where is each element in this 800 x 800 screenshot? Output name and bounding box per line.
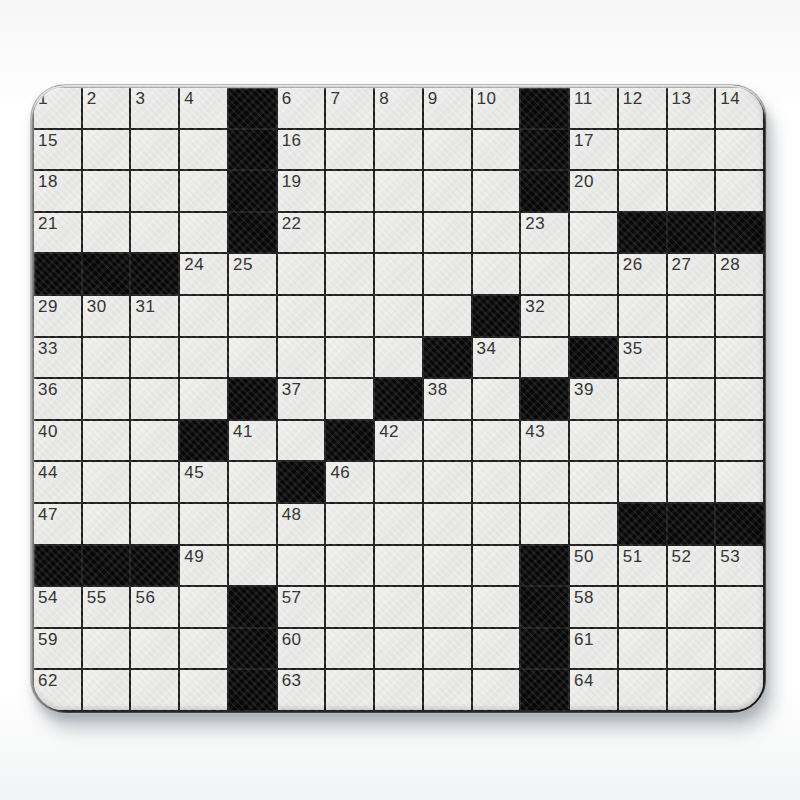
cell-r5c6[interactable] [277, 253, 326, 295]
mousepad: 1234678910111213141516171819202122232425… [31, 85, 766, 713]
cell-r7c6[interactable] [277, 337, 326, 379]
black-cell-r4c5 [228, 212, 277, 254]
clue-number: 4 [184, 88, 194, 109]
cell-r6c8[interactable] [374, 295, 423, 337]
cell-r1c1[interactable]: 1 [33, 87, 82, 129]
clue-number: 31 [135, 296, 155, 317]
cell-r10c14[interactable] [667, 461, 716, 503]
cell-r13c2[interactable]: 55 [82, 586, 131, 628]
cell-r10c7[interactable]: 46 [325, 461, 374, 503]
cell-r13c12[interactable]: 58 [569, 586, 618, 628]
clue-number: 47 [38, 504, 58, 525]
cell-r7c5[interactable] [228, 337, 277, 379]
cell-r14c3[interactable] [130, 628, 179, 670]
clue-number: 52 [672, 546, 692, 567]
clue-number: 19 [282, 171, 302, 192]
cell-r12c14[interactable]: 52 [667, 545, 716, 587]
cell-r11c5[interactable] [228, 503, 277, 545]
cell-r4c3[interactable] [130, 212, 179, 254]
cell-r6c14[interactable] [667, 295, 716, 337]
black-cell-r2c11 [520, 129, 569, 171]
cell-r14c1[interactable]: 59 [33, 628, 82, 670]
cell-r1c4[interactable]: 4 [179, 87, 228, 129]
cell-r7c15[interactable] [715, 337, 764, 379]
cell-r14c8[interactable] [374, 628, 423, 670]
cell-r3c12[interactable]: 20 [569, 170, 618, 212]
cell-r15c7[interactable] [325, 669, 374, 711]
cell-r1c6[interactable]: 6 [277, 87, 326, 129]
cell-r2c6[interactable]: 16 [277, 129, 326, 171]
cell-r7c7[interactable] [325, 337, 374, 379]
black-cell-r13c11 [520, 586, 569, 628]
cell-r9c10[interactable] [472, 420, 521, 462]
cell-r4c9[interactable] [423, 212, 472, 254]
cell-r10c11[interactable] [520, 461, 569, 503]
clue-number: 45 [184, 462, 204, 483]
clue-number: 58 [574, 587, 594, 608]
black-cell-r11c15 [715, 503, 764, 545]
cell-r9c3[interactable] [130, 420, 179, 462]
cell-r2c14[interactable] [667, 129, 716, 171]
cell-r15c6[interactable]: 63 [277, 669, 326, 711]
clue-number: 38 [428, 379, 448, 400]
cell-r4c2[interactable] [82, 212, 131, 254]
cell-r5c12[interactable] [569, 253, 618, 295]
clue-number: 16 [282, 130, 302, 151]
cell-r14c13[interactable] [618, 628, 667, 670]
black-cell-r5c1 [33, 253, 82, 295]
cell-r11c6[interactable]: 48 [277, 503, 326, 545]
cell-r7c3[interactable] [130, 337, 179, 379]
black-cell-r8c8 [374, 378, 423, 420]
clue-number: 57 [282, 587, 302, 608]
cell-r4c8[interactable] [374, 212, 423, 254]
cell-r12c4[interactable]: 49 [179, 545, 228, 587]
cell-r8c6[interactable]: 37 [277, 378, 326, 420]
clue-number: 20 [574, 171, 594, 192]
cell-r13c14[interactable] [667, 586, 716, 628]
black-cell-r2c5 [228, 129, 277, 171]
cell-r10c15[interactable] [715, 461, 764, 503]
cell-r1c9[interactable]: 9 [423, 87, 472, 129]
cell-r14c14[interactable] [667, 628, 716, 670]
black-cell-r14c5 [228, 628, 277, 670]
cell-r3c9[interactable] [423, 170, 472, 212]
clue-number: 49 [184, 546, 204, 567]
cell-r13c7[interactable] [325, 586, 374, 628]
cell-r12c15[interactable]: 53 [715, 545, 764, 587]
cell-r11c8[interactable] [374, 503, 423, 545]
cell-r9c8[interactable]: 42 [374, 420, 423, 462]
cell-r10c12[interactable] [569, 461, 618, 503]
cell-r2c9[interactable] [423, 129, 472, 171]
cell-r9c12[interactable] [569, 420, 618, 462]
clue-number: 48 [282, 504, 302, 525]
cell-r3c8[interactable] [374, 170, 423, 212]
cell-r1c10[interactable]: 10 [472, 87, 521, 129]
clue-number: 35 [623, 338, 643, 359]
clue-number: 25 [233, 254, 253, 275]
clue-number: 17 [574, 130, 594, 151]
cell-r4c11[interactable]: 23 [520, 212, 569, 254]
black-cell-r11c14 [667, 503, 716, 545]
clue-number: 32 [525, 296, 545, 317]
cell-r8c14[interactable] [667, 378, 716, 420]
cell-r3c6[interactable]: 19 [277, 170, 326, 212]
black-cell-r4c13 [618, 212, 667, 254]
cell-r13c4[interactable] [179, 586, 228, 628]
cell-r7c8[interactable] [374, 337, 423, 379]
clue-number: 53 [720, 546, 740, 567]
black-cell-r3c11 [520, 170, 569, 212]
cell-r5c15[interactable]: 28 [715, 253, 764, 295]
cell-r5c14[interactable]: 27 [667, 253, 716, 295]
cell-r8c15[interactable] [715, 378, 764, 420]
cell-r1c2[interactable]: 2 [82, 87, 131, 129]
clue-number: 56 [135, 587, 155, 608]
clue-number: 1 [38, 88, 48, 109]
clue-number: 37 [282, 379, 302, 400]
cell-r9c11[interactable]: 43 [520, 420, 569, 462]
cell-r12c10[interactable] [472, 545, 521, 587]
clue-number: 59 [38, 629, 58, 650]
cell-r14c12[interactable]: 61 [569, 628, 618, 670]
cell-r13c3[interactable]: 56 [130, 586, 179, 628]
cell-r4c7[interactable] [325, 212, 374, 254]
cell-r13c6[interactable]: 57 [277, 586, 326, 628]
clue-number: 39 [574, 379, 594, 400]
cell-r15c14[interactable] [667, 669, 716, 711]
black-cell-r3c5 [228, 170, 277, 212]
black-cell-r13c5 [228, 586, 277, 628]
clue-number: 34 [477, 338, 497, 359]
cell-r15c8[interactable] [374, 669, 423, 711]
clue-number: 60 [282, 629, 302, 650]
clue-number: 15 [38, 130, 58, 151]
cell-r15c1[interactable]: 62 [33, 669, 82, 711]
cell-r11c11[interactable] [520, 503, 569, 545]
cell-r11c10[interactable] [472, 503, 521, 545]
cell-r4c1[interactable]: 21 [33, 212, 82, 254]
cell-r15c4[interactable] [179, 669, 228, 711]
black-cell-r15c5 [228, 669, 277, 711]
cell-r4c12[interactable] [569, 212, 618, 254]
black-cell-r5c2 [82, 253, 131, 295]
black-cell-r10c6 [277, 461, 326, 503]
cell-r5c11[interactable] [520, 253, 569, 295]
cell-r13c1[interactable]: 54 [33, 586, 82, 628]
cell-r1c14[interactable]: 13 [667, 87, 716, 129]
cell-r8c10[interactable] [472, 378, 521, 420]
cell-r2c8[interactable] [374, 129, 423, 171]
cell-r7c13[interactable]: 35 [618, 337, 667, 379]
black-cell-r1c11 [520, 87, 569, 129]
cell-r14c15[interactable] [715, 628, 764, 670]
clue-number: 14 [720, 88, 740, 109]
cell-r10c13[interactable] [618, 461, 667, 503]
cell-r5c8[interactable] [374, 253, 423, 295]
cell-r8c3[interactable] [130, 378, 179, 420]
clue-number: 2 [87, 88, 97, 109]
cell-r2c1[interactable]: 15 [33, 129, 82, 171]
black-cell-r12c11 [520, 545, 569, 587]
cell-r5c4[interactable]: 24 [179, 253, 228, 295]
clue-number: 22 [282, 213, 302, 234]
crossword-grid: 1234678910111213141516171819202122232425… [31, 85, 766, 713]
cell-r14c2[interactable] [82, 628, 131, 670]
cell-r12c8[interactable] [374, 545, 423, 587]
cell-r2c4[interactable] [179, 129, 228, 171]
clue-number: 6 [282, 88, 292, 109]
clue-number: 21 [38, 213, 58, 234]
cell-r10c8[interactable] [374, 461, 423, 503]
cell-r14c6[interactable]: 60 [277, 628, 326, 670]
clue-number: 7 [330, 88, 340, 109]
cell-r9c15[interactable] [715, 420, 764, 462]
cell-r9c6[interactable] [277, 420, 326, 462]
cell-r8c4[interactable] [179, 378, 228, 420]
cell-r13c10[interactable] [472, 586, 521, 628]
cell-r10c4[interactable]: 45 [179, 461, 228, 503]
clue-number: 27 [672, 254, 692, 275]
cell-r7c11[interactable] [520, 337, 569, 379]
cell-r4c10[interactable] [472, 212, 521, 254]
cell-r3c7[interactable] [325, 170, 374, 212]
cell-r15c2[interactable] [82, 669, 131, 711]
clue-number: 11 [574, 88, 593, 109]
cell-r10c1[interactable]: 44 [33, 461, 82, 503]
cell-r13c9[interactable] [423, 586, 472, 628]
cell-r2c15[interactable] [715, 129, 764, 171]
clue-number: 62 [38, 670, 58, 691]
cell-r7c14[interactable] [667, 337, 716, 379]
cell-r6c9[interactable] [423, 295, 472, 337]
cell-r11c9[interactable] [423, 503, 472, 545]
cell-r7c2[interactable] [82, 337, 131, 379]
black-cell-r12c3 [130, 545, 179, 587]
clue-number: 29 [38, 296, 58, 317]
cell-r2c7[interactable] [325, 129, 374, 171]
cell-r2c13[interactable] [618, 129, 667, 171]
cell-r6c1[interactable]: 29 [33, 295, 82, 337]
cell-r9c2[interactable] [82, 420, 131, 462]
cell-r15c9[interactable] [423, 669, 472, 711]
clue-number: 54 [38, 587, 58, 608]
black-cell-r8c5 [228, 378, 277, 420]
cell-r10c10[interactable] [472, 461, 521, 503]
black-cell-r8c11 [520, 378, 569, 420]
black-cell-r14c11 [520, 628, 569, 670]
black-cell-r9c7 [325, 420, 374, 462]
black-cell-r15c11 [520, 669, 569, 711]
cell-r5c9[interactable] [423, 253, 472, 295]
clue-number: 40 [38, 421, 58, 442]
cell-r5c13[interactable]: 26 [618, 253, 667, 295]
cell-r5c10[interactable] [472, 253, 521, 295]
cell-r6c5[interactable] [228, 295, 277, 337]
black-cell-r9c4 [179, 420, 228, 462]
cell-r1c8[interactable]: 8 [374, 87, 423, 129]
cell-r9c1[interactable]: 40 [33, 420, 82, 462]
cell-r3c1[interactable]: 18 [33, 170, 82, 212]
cell-r8c7[interactable] [325, 378, 374, 420]
cell-r13c8[interactable] [374, 586, 423, 628]
cell-r2c2[interactable] [82, 129, 131, 171]
black-cell-r6c10 [472, 295, 521, 337]
cell-r3c15[interactable] [715, 170, 764, 212]
cell-r11c1[interactable]: 47 [33, 503, 82, 545]
clue-number: 64 [574, 670, 594, 691]
cell-r9c13[interactable] [618, 420, 667, 462]
black-cell-r7c12 [569, 337, 618, 379]
cell-r6c3[interactable]: 31 [130, 295, 179, 337]
cell-r11c7[interactable] [325, 503, 374, 545]
clue-number: 8 [379, 88, 389, 109]
cell-r5c5[interactable]: 25 [228, 253, 277, 295]
clue-number: 61 [574, 629, 594, 650]
cell-r6c13[interactable] [618, 295, 667, 337]
cell-r12c9[interactable] [423, 545, 472, 587]
black-cell-r12c1 [33, 545, 82, 587]
cell-r3c10[interactable] [472, 170, 521, 212]
clue-number: 23 [525, 213, 545, 234]
cell-r8c1[interactable]: 36 [33, 378, 82, 420]
cell-r4c4[interactable] [179, 212, 228, 254]
cell-r5c7[interactable] [325, 253, 374, 295]
clue-number: 13 [672, 88, 692, 109]
cell-r14c10[interactable] [472, 628, 521, 670]
cell-r12c13[interactable]: 51 [618, 545, 667, 587]
cell-r15c13[interactable] [618, 669, 667, 711]
clue-number: 9 [428, 88, 438, 109]
cell-r2c12[interactable]: 17 [569, 129, 618, 171]
cell-r2c3[interactable] [130, 129, 179, 171]
cell-r11c12[interactable] [569, 503, 618, 545]
cell-r15c12[interactable]: 64 [569, 669, 618, 711]
cell-r9c14[interactable] [667, 420, 716, 462]
clue-number: 18 [38, 171, 58, 192]
cell-r11c3[interactable] [130, 503, 179, 545]
cell-r3c13[interactable] [618, 170, 667, 212]
cell-r1c15[interactable]: 14 [715, 87, 764, 129]
cell-r1c7[interactable]: 7 [325, 87, 374, 129]
clue-number: 28 [720, 254, 740, 275]
cell-r13c15[interactable] [715, 586, 764, 628]
cell-r15c15[interactable] [715, 669, 764, 711]
cell-r9c9[interactable] [423, 420, 472, 462]
cell-r1c12[interactable]: 11 [569, 87, 618, 129]
cell-r15c3[interactable] [130, 669, 179, 711]
black-cell-r7c9 [423, 337, 472, 379]
cell-r1c13[interactable]: 12 [618, 87, 667, 129]
clue-number: 44 [38, 462, 58, 483]
cell-r6c11[interactable]: 32 [520, 295, 569, 337]
clue-number: 46 [330, 462, 350, 483]
cell-r6c2[interactable]: 30 [82, 295, 131, 337]
cell-r6c7[interactable] [325, 295, 374, 337]
clue-number: 26 [623, 254, 643, 275]
cell-r10c2[interactable] [82, 461, 131, 503]
cell-r14c4[interactable] [179, 628, 228, 670]
cell-r13c13[interactable] [618, 586, 667, 628]
clue-number: 50 [574, 546, 594, 567]
clue-number: 24 [184, 254, 204, 275]
cell-r3c2[interactable] [82, 170, 131, 212]
cell-r11c4[interactable] [179, 503, 228, 545]
cell-r12c12[interactable]: 50 [569, 545, 618, 587]
cell-r8c13[interactable] [618, 378, 667, 420]
cell-r8c12[interactable]: 39 [569, 378, 618, 420]
cell-r12c6[interactable] [277, 545, 326, 587]
cell-r15c10[interactable] [472, 669, 521, 711]
cell-r10c3[interactable] [130, 461, 179, 503]
black-cell-r1c5 [228, 87, 277, 129]
cell-r11c2[interactable] [82, 503, 131, 545]
cell-r3c4[interactable] [179, 170, 228, 212]
black-cell-r12c2 [82, 545, 131, 587]
cell-r3c14[interactable] [667, 170, 716, 212]
cell-r7c4[interactable] [179, 337, 228, 379]
cell-r6c6[interactable] [277, 295, 326, 337]
clue-number: 41 [233, 421, 253, 442]
clue-number: 12 [623, 88, 643, 109]
cell-r8c9[interactable]: 38 [423, 378, 472, 420]
cell-r4c6[interactable]: 22 [277, 212, 326, 254]
cell-r12c5[interactable] [228, 545, 277, 587]
cell-r1c3[interactable]: 3 [130, 87, 179, 129]
cell-r6c12[interactable] [569, 295, 618, 337]
clue-number: 3 [135, 88, 145, 109]
cell-r10c5[interactable] [228, 461, 277, 503]
cell-r9c5[interactable]: 41 [228, 420, 277, 462]
clue-number: 36 [38, 379, 58, 400]
cell-r12c7[interactable] [325, 545, 374, 587]
cell-r8c2[interactable] [82, 378, 131, 420]
cell-r7c1[interactable]: 33 [33, 337, 82, 379]
clue-number: 63 [282, 670, 302, 691]
clue-number: 33 [38, 338, 58, 359]
clue-number: 30 [87, 296, 107, 317]
cell-r6c15[interactable] [715, 295, 764, 337]
clue-number: 43 [525, 421, 545, 442]
black-cell-r4c15 [715, 212, 764, 254]
cell-r3c3[interactable] [130, 170, 179, 212]
clue-number: 10 [477, 88, 497, 109]
clue-number: 42 [379, 421, 399, 442]
cell-r6c4[interactable] [179, 295, 228, 337]
cell-r14c9[interactable] [423, 628, 472, 670]
black-cell-r5c3 [130, 253, 179, 295]
cell-r7c10[interactable]: 34 [472, 337, 521, 379]
black-cell-r11c13 [618, 503, 667, 545]
clue-number: 51 [623, 546, 643, 567]
clue-number: 55 [87, 587, 107, 608]
cell-r14c7[interactable] [325, 628, 374, 670]
cell-r2c10[interactable] [472, 129, 521, 171]
black-cell-r4c14 [667, 212, 716, 254]
cell-r10c9[interactable] [423, 461, 472, 503]
